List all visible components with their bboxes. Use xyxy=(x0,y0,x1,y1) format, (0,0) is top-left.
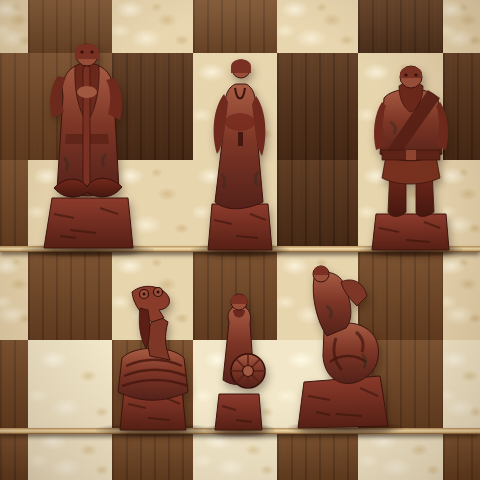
board-square[interactable] xyxy=(0,250,28,340)
board-square[interactable] xyxy=(28,340,112,430)
board-square[interactable] xyxy=(443,340,480,430)
board-square[interactable] xyxy=(358,430,443,480)
board-square[interactable] xyxy=(277,430,358,480)
bishop-helmet xyxy=(400,67,422,79)
piece-queen[interactable] xyxy=(198,54,282,252)
board-square[interactable] xyxy=(0,340,28,430)
viking-chess-display-photo xyxy=(0,0,480,480)
board-square[interactable] xyxy=(358,0,443,53)
piece-bishop[interactable] xyxy=(366,62,456,252)
queen-hair xyxy=(231,59,251,73)
knight-plinth xyxy=(298,376,388,428)
piece-pawn[interactable] xyxy=(210,292,270,432)
board-square[interactable] xyxy=(443,0,480,53)
board-square[interactable] xyxy=(277,0,358,53)
king-hands xyxy=(77,86,97,98)
king-axe-shaft xyxy=(83,66,90,194)
bishop-buckle xyxy=(406,150,416,160)
rook-figure-graphic xyxy=(104,284,204,432)
bishop-figure-graphic xyxy=(366,62,456,252)
pawn-shield-boss xyxy=(243,366,254,377)
board-square[interactable] xyxy=(193,430,277,480)
board-square[interactable] xyxy=(277,53,358,160)
queen-folded-arms xyxy=(225,113,255,131)
king-plinth xyxy=(44,198,133,248)
board-square[interactable] xyxy=(193,0,277,53)
king-figure-graphic xyxy=(30,38,145,252)
piece-knight[interactable] xyxy=(296,262,396,430)
knight-figure-graphic xyxy=(296,262,396,430)
queen-figure-graphic xyxy=(198,54,282,252)
board-square[interactable] xyxy=(0,160,28,250)
queen-plinth xyxy=(208,204,272,250)
pawn-figure-graphic xyxy=(210,292,270,432)
king-hair xyxy=(75,44,99,59)
pawn-plinth xyxy=(215,394,262,430)
board-square[interactable] xyxy=(28,430,112,480)
board-square[interactable] xyxy=(443,250,480,340)
board-square[interactable] xyxy=(112,430,193,480)
piece-rook[interactable] xyxy=(104,284,204,432)
board-square[interactable] xyxy=(0,430,28,480)
rook-dragon-tongue xyxy=(139,308,149,348)
board-square[interactable] xyxy=(0,53,28,160)
rook-dragon-head xyxy=(132,286,170,322)
board-square[interactable] xyxy=(443,430,480,480)
board-square[interactable] xyxy=(277,160,358,250)
bishop-plinth xyxy=(372,214,449,250)
board-square[interactable] xyxy=(28,250,112,340)
board-square[interactable] xyxy=(0,0,28,53)
piece-king[interactable] xyxy=(30,38,145,252)
queen-pendant xyxy=(238,132,243,146)
